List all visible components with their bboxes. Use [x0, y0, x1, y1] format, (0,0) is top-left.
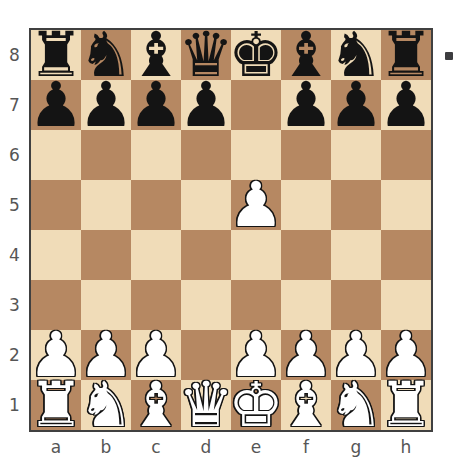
rank-label-4: 4 [0, 230, 29, 280]
file-label-b: b [81, 433, 131, 461]
square-e7[interactable] [231, 80, 281, 130]
piece-white-queen-icon[interactable]: ♛ [178, 380, 234, 430]
square-h6[interactable] [381, 130, 431, 180]
square-f5[interactable] [281, 180, 331, 230]
rank-label-7: 7 [0, 80, 29, 130]
piece-white-knight-icon[interactable]: ♞ [328, 380, 384, 430]
square-f6[interactable] [281, 130, 331, 180]
square-c6[interactable] [131, 130, 181, 180]
square-e4[interactable] [231, 230, 281, 280]
square-g4[interactable] [331, 230, 381, 280]
piece-black-king-icon[interactable]: ♚ [228, 30, 284, 80]
square-h7[interactable]: ♟ [381, 80, 431, 130]
piece-black-pawn-icon[interactable]: ♟ [28, 80, 84, 130]
square-b7[interactable]: ♟ [81, 80, 131, 130]
board-frame: ♜♞♝♛♚♝♞♜♟♟♟♟♟♟♟♟♟♟♟♟♟♟♟♜♞♝♛♚♝♞♜ [29, 28, 433, 432]
square-d3[interactable] [181, 280, 231, 330]
piece-black-pawn-icon[interactable]: ♟ [378, 80, 434, 130]
piece-black-pawn-icon[interactable]: ♟ [78, 80, 134, 130]
square-b5[interactable] [81, 180, 131, 230]
move-indicator [445, 52, 453, 60]
square-a6[interactable] [31, 130, 81, 180]
square-h5[interactable] [381, 180, 431, 230]
square-g7[interactable]: ♟ [331, 80, 381, 130]
piece-white-pawn-icon[interactable]: ♟ [228, 180, 284, 230]
file-label-a: a [31, 433, 81, 461]
file-label-h: h [381, 433, 431, 461]
square-e8[interactable]: ♚ [231, 30, 281, 80]
piece-white-rook-icon[interactable]: ♜ [28, 380, 84, 430]
square-h4[interactable] [381, 230, 431, 280]
piece-white-knight-icon[interactable]: ♞ [78, 380, 134, 430]
piece-white-bishop-icon[interactable]: ♝ [278, 380, 334, 430]
square-f4[interactable] [281, 230, 331, 280]
square-b1[interactable]: ♞ [81, 380, 131, 430]
square-c7[interactable]: ♟ [131, 80, 181, 130]
square-e1[interactable]: ♚ [231, 380, 281, 430]
square-c5[interactable] [131, 180, 181, 230]
square-b4[interactable] [81, 230, 131, 280]
square-h1[interactable]: ♜ [381, 380, 431, 430]
rank-labels: 87654321 [0, 30, 29, 430]
piece-black-pawn-icon[interactable]: ♟ [328, 80, 384, 130]
rank-label-1: 1 [0, 380, 29, 430]
square-g6[interactable] [331, 130, 381, 180]
rank-label-5: 5 [0, 180, 29, 230]
rank-label-3: 3 [0, 280, 29, 330]
rank-label-6: 6 [0, 130, 29, 180]
square-d5[interactable] [181, 180, 231, 230]
rank-label-2: 2 [0, 330, 29, 380]
square-b6[interactable] [81, 130, 131, 180]
square-d6[interactable] [181, 130, 231, 180]
square-d4[interactable] [181, 230, 231, 280]
square-f1[interactable]: ♝ [281, 380, 331, 430]
square-a1[interactable]: ♜ [31, 380, 81, 430]
square-g1[interactable]: ♞ [331, 380, 381, 430]
piece-white-rook-icon[interactable]: ♜ [378, 380, 434, 430]
chess-board: ♜♞♝♛♚♝♞♜♟♟♟♟♟♟♟♟♟♟♟♟♟♟♟♜♞♝♛♚♝♞♜ [31, 30, 431, 430]
square-a5[interactable] [31, 180, 81, 230]
file-label-c: c [131, 433, 181, 461]
file-label-f: f [281, 433, 331, 461]
piece-black-pawn-icon[interactable]: ♟ [278, 80, 334, 130]
square-e5[interactable]: ♟ [231, 180, 281, 230]
square-c1[interactable]: ♝ [131, 380, 181, 430]
piece-black-pawn-icon[interactable]: ♟ [178, 80, 234, 130]
square-g5[interactable] [331, 180, 381, 230]
file-label-e: e [231, 433, 281, 461]
square-a7[interactable]: ♟ [31, 80, 81, 130]
piece-white-king-icon[interactable]: ♚ [228, 380, 284, 430]
square-d1[interactable]: ♛ [181, 380, 231, 430]
square-a4[interactable] [31, 230, 81, 280]
file-label-d: d [181, 433, 231, 461]
piece-black-pawn-icon[interactable]: ♟ [128, 80, 184, 130]
piece-white-bishop-icon[interactable]: ♝ [128, 380, 184, 430]
rank-label-8: 8 [0, 30, 29, 80]
square-d7[interactable]: ♟ [181, 80, 231, 130]
square-f7[interactable]: ♟ [281, 80, 331, 130]
square-c4[interactable] [131, 230, 181, 280]
file-label-g: g [331, 433, 381, 461]
file-labels: abcdefgh [31, 433, 431, 461]
